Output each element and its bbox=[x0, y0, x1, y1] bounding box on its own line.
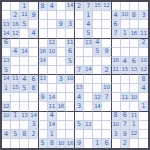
sudoku-cell-r14c2[interactable] bbox=[11, 121, 20, 130]
sudoku-cell-r11c1[interactable] bbox=[2, 93, 11, 102]
sudoku-cell-r3c10[interactable]: 4 bbox=[84, 20, 93, 29]
cell-digit: 4 bbox=[77, 94, 81, 101]
sudoku-cell-r2c16[interactable]: 3 bbox=[139, 11, 148, 20]
sudoku-cell-r14c14[interactable]: 7 bbox=[121, 121, 130, 130]
sudoku-cell-r9c3[interactable]: 4 bbox=[20, 75, 29, 84]
sudoku-cell-r8c7[interactable] bbox=[57, 66, 66, 75]
sudoku-cell-r16c3[interactable] bbox=[20, 139, 29, 148]
sudoku-cell-r6c1[interactable] bbox=[2, 48, 11, 57]
sudoku-cell-r1c2[interactable] bbox=[11, 2, 20, 11]
sudoku-cell-r5c9[interactable] bbox=[75, 39, 84, 48]
sudoku-cell-r3c3[interactable]: 5 bbox=[20, 20, 29, 29]
sudoku-cell-r3c11[interactable] bbox=[93, 20, 102, 29]
sudoku-cell-r7c8[interactable]: 5 bbox=[66, 57, 75, 66]
sudoku-cell-r15c10[interactable] bbox=[84, 130, 93, 139]
sudoku-cell-r16c4[interactable] bbox=[29, 139, 38, 148]
sudoku-cell-r14c12[interactable] bbox=[102, 121, 111, 130]
cell-digit: 5 bbox=[22, 21, 26, 28]
sudoku-cell-r5c14[interactable] bbox=[121, 39, 130, 48]
sudoku-cell-r5c15[interactable] bbox=[130, 39, 139, 48]
sudoku-cell-r8c15[interactable]: 13 bbox=[130, 66, 139, 75]
sudoku-cell-r6c8[interactable]: 6 bbox=[66, 48, 75, 57]
sudoku-cell-r13c1[interactable]: 10 bbox=[2, 112, 11, 121]
cell-digit: 13 bbox=[39, 76, 45, 82]
sudoku-cell-r1c3[interactable]: 1 bbox=[20, 2, 29, 11]
cell-digit: 6 bbox=[132, 58, 136, 65]
sudoku-cell-r13c5[interactable] bbox=[39, 112, 48, 121]
sudoku-cell-r16c13[interactable] bbox=[112, 139, 121, 148]
sudoku-cell-r3c9[interactable] bbox=[75, 20, 84, 29]
sudoku-cell-r4c8[interactable] bbox=[66, 29, 75, 38]
sudoku-cell-r6c11[interactable]: 5 bbox=[93, 48, 102, 57]
sudoku-cell-r1c5[interactable]: 8 bbox=[39, 2, 48, 11]
sudoku-cell-r13c13[interactable]: 8 bbox=[112, 112, 121, 121]
sudoku-cell-r10c9[interactable]: 13 bbox=[75, 84, 84, 93]
sudoku-cell-r16c12[interactable]: 6 bbox=[102, 139, 111, 148]
sudoku-cell-r11c5[interactable]: 9 bbox=[39, 93, 48, 102]
sudoku-cell-r9c9[interactable] bbox=[75, 75, 84, 84]
sudoku-cell-r10c10[interactable] bbox=[84, 84, 93, 93]
sudoku-cell-r10c7[interactable] bbox=[57, 84, 66, 93]
sudoku-cell-r14c7[interactable] bbox=[57, 121, 66, 130]
sudoku-cell-r11c7[interactable] bbox=[57, 93, 66, 102]
sudoku-cell-r15c1[interactable]: 4 bbox=[2, 130, 11, 139]
sudoku-cell-r1c4[interactable] bbox=[29, 2, 38, 11]
sudoku-cell-r15c4[interactable]: 2 bbox=[29, 130, 38, 139]
sudoku-cell-r1c1[interactable] bbox=[2, 2, 11, 11]
sudoku-cell-r14c3[interactable] bbox=[20, 121, 29, 130]
sudoku-cell-r14c10[interactable]: 12 bbox=[84, 121, 93, 130]
cell-digit: 10 bbox=[49, 49, 55, 55]
cell-digit: 1 bbox=[50, 131, 54, 138]
sudoku-cell-r10c3[interactable]: 5 bbox=[20, 84, 29, 93]
sudoku-cell-r12c10[interactable] bbox=[84, 102, 93, 111]
cell-digit: 3 bbox=[68, 21, 72, 28]
sudoku-cell-r6c4[interactable] bbox=[29, 48, 38, 57]
sudoku-cell-r5c5[interactable] bbox=[39, 39, 48, 48]
sudoku-cell-r4c2[interactable]: 12 bbox=[11, 29, 20, 38]
sudoku-cell-r16c7[interactable]: 10 bbox=[57, 139, 66, 148]
sudoku-cell-r9c16[interactable]: 8 bbox=[139, 75, 148, 84]
cell-digit: 12 bbox=[131, 131, 137, 137]
sudoku-cell-r10c8[interactable] bbox=[66, 84, 75, 93]
sudoku-cell-r8c6[interactable] bbox=[48, 66, 57, 75]
sudoku-cell-r1c6[interactable]: 4 bbox=[48, 2, 57, 11]
sudoku-cell-r11c8[interactable] bbox=[66, 93, 75, 102]
sudoku-cell-r1c7[interactable] bbox=[57, 2, 66, 11]
sudoku-cell-r14c13[interactable]: 10 bbox=[112, 121, 121, 130]
sudoku-cell-r16c2[interactable] bbox=[11, 139, 20, 148]
sudoku-cell-r11c12[interactable]: 7 bbox=[102, 93, 111, 102]
sudoku-cell-r4c15[interactable]: 16 bbox=[130, 29, 139, 38]
sudoku-cell-r10c5[interactable] bbox=[39, 84, 48, 93]
sudoku-cell-r13c10[interactable] bbox=[84, 112, 93, 121]
sudoku-cell-r5c8[interactable]: 11 bbox=[66, 39, 75, 48]
sudoku-cell-r12c4[interactable] bbox=[29, 102, 38, 111]
cell-digit: 5 bbox=[13, 131, 17, 138]
sudoku-cell-r14c8[interactable] bbox=[66, 121, 75, 130]
sudoku-cell-r7c6[interactable] bbox=[48, 57, 57, 66]
sudoku-cell-r2c5[interactable] bbox=[39, 11, 48, 20]
sudoku-cell-r2c8[interactable] bbox=[66, 11, 75, 20]
sudoku-cell-r7c13[interactable]: 16 bbox=[112, 57, 121, 66]
sudoku-cell-r12c14[interactable] bbox=[121, 102, 130, 111]
sudoku-cell-r13c8[interactable] bbox=[66, 112, 75, 121]
sudoku-cell-r8c3[interactable] bbox=[20, 66, 29, 75]
sudoku-cell-r16c5[interactable]: 5 bbox=[39, 139, 48, 148]
sudoku-cell-r9c1[interactable]: 14 bbox=[2, 75, 11, 84]
cell-digit: 5 bbox=[68, 58, 72, 65]
sudoku-cell-r10c16[interactable]: 4 bbox=[139, 84, 148, 93]
sudoku-cell-r15c9[interactable] bbox=[75, 130, 84, 139]
sudoku-cell-r15c13[interactable]: 3 bbox=[112, 130, 121, 139]
sudoku-cell-r11c2[interactable] bbox=[11, 93, 20, 102]
sudoku-cell-r12c5[interactable] bbox=[39, 102, 48, 111]
sudoku-cell-r15c14[interactable]: 9 bbox=[121, 130, 130, 139]
sudoku-cell-r2c14[interactable]: 10 bbox=[121, 11, 130, 20]
sudoku-cell-r5c7[interactable] bbox=[57, 39, 66, 48]
sudoku-cell-r5c4[interactable] bbox=[29, 39, 38, 48]
sudoku-cell-r15c11[interactable] bbox=[93, 130, 102, 139]
sudoku-cell-r13c16[interactable] bbox=[139, 112, 148, 121]
sudoku-cell-r2c1[interactable] bbox=[2, 11, 11, 20]
sudoku-cell-r15c6[interactable]: 1 bbox=[48, 130, 57, 139]
sudoku-cell-r9c2[interactable]: 11 bbox=[11, 75, 20, 84]
sudoku-cell-r14c1[interactable] bbox=[2, 121, 11, 130]
cell-digit: 6 bbox=[31, 76, 35, 83]
sudoku-cell-r7c4[interactable] bbox=[29, 57, 38, 66]
sudoku-cell-r14c9[interactable]: 5 bbox=[75, 121, 84, 130]
cell-digit: 11 bbox=[12, 76, 18, 82]
sudoku-cell-r5c3[interactable] bbox=[20, 39, 29, 48]
sudoku-cell-r5c10[interactable]: 13 bbox=[84, 39, 93, 48]
sudoku-cell-r13c14[interactable]: 6 bbox=[121, 112, 130, 121]
sudoku-cell-r3c5[interactable] bbox=[39, 20, 48, 29]
sudoku-cell-r1c8[interactable]: 14 bbox=[66, 2, 75, 11]
sudoku-cell-r8c4[interactable] bbox=[29, 66, 38, 75]
sudoku-cell-r2c6[interactable] bbox=[48, 11, 57, 20]
sudoku-cell-r9c12[interactable] bbox=[102, 75, 111, 84]
sudoku-cell-r14c4[interactable]: 3 bbox=[29, 121, 38, 130]
sudoku-cell-r4c16[interactable]: 11 bbox=[139, 29, 148, 38]
sudoku-cell-r1c11[interactable]: 15 bbox=[93, 2, 102, 11]
cell-digit: 1 bbox=[95, 140, 99, 147]
sudoku-cell-r7c2[interactable] bbox=[11, 57, 20, 66]
sudoku-cell-r12c15[interactable] bbox=[130, 102, 139, 111]
sudoku-cell-r9c11[interactable] bbox=[93, 75, 102, 84]
sudoku-cell-r5c2[interactable] bbox=[11, 39, 20, 48]
cell-digit: 10 bbox=[131, 95, 137, 101]
cell-digit: 1 bbox=[4, 85, 8, 92]
sudoku-cell-r3c1[interactable]: 13 bbox=[2, 20, 11, 29]
cell-digit: 14 bbox=[3, 31, 9, 37]
sudoku-cell-r3c14[interactable] bbox=[121, 20, 130, 29]
sudoku-cell-r9c13[interactable] bbox=[112, 75, 121, 84]
sudoku-cell-r4c14[interactable]: 1 bbox=[121, 29, 130, 38]
sudoku-cell-r15c12[interactable] bbox=[102, 130, 111, 139]
sudoku-cell-r10c2[interactable]: 15 bbox=[11, 84, 20, 93]
sudoku-cell-r4c11[interactable] bbox=[93, 29, 102, 38]
sudoku-cell-r8c2[interactable] bbox=[11, 66, 20, 75]
sudoku-cell-r6c16[interactable] bbox=[139, 48, 148, 57]
sudoku-cell-r15c5[interactable] bbox=[39, 130, 48, 139]
sudoku-cell-r10c12[interactable]: 10 bbox=[102, 84, 111, 93]
cell-digit: 9 bbox=[59, 21, 63, 28]
sudoku-cell-r3c8[interactable]: 3 bbox=[66, 20, 75, 29]
sudoku-cell-r2c15[interactable]: 8 bbox=[130, 11, 139, 20]
sudoku-cell-r12c11[interactable]: 14 bbox=[93, 102, 102, 111]
sudoku-cell-r6c2[interactable]: 4 bbox=[11, 48, 20, 57]
sudoku-cell-r16c9[interactable]: 9 bbox=[75, 139, 84, 148]
sudoku-cell-r12c12[interactable] bbox=[102, 102, 111, 111]
sudoku-cell-r1c16[interactable] bbox=[139, 2, 148, 11]
sudoku-cell-r14c15[interactable]: 1 bbox=[130, 121, 139, 130]
cell-digit: 2 bbox=[31, 131, 35, 138]
sudoku-cell-r4c1[interactable]: 14 bbox=[2, 29, 11, 38]
sudoku-cell-r7c1[interactable]: 13 bbox=[2, 57, 11, 66]
sudoku-cell-r11c14[interactable]: 11 bbox=[121, 93, 130, 102]
sudoku-cell-r7c5[interactable]: 14 bbox=[39, 57, 48, 66]
sudoku-cell-r11c15[interactable]: 10 bbox=[130, 93, 139, 102]
sudoku-cell-r15c16[interactable] bbox=[139, 130, 148, 139]
sudoku-cell-r12c7[interactable]: 16 bbox=[57, 102, 66, 111]
sudoku-cell-r12c1[interactable]: 12 bbox=[2, 102, 11, 111]
sudoku-cell-r6c15[interactable] bbox=[130, 48, 139, 57]
sudoku-cell-r13c2[interactable]: 1 bbox=[11, 112, 20, 121]
sudoku-cell-r7c11[interactable] bbox=[93, 57, 102, 66]
sudoku-cell-r8c8[interactable] bbox=[66, 66, 75, 75]
sudoku-cell-r13c7[interactable] bbox=[57, 112, 66, 121]
cell-digit: 3 bbox=[114, 131, 118, 138]
sudoku-cell-r5c1[interactable]: 6 bbox=[2, 39, 11, 48]
sudoku-cell-r11c6[interactable]: 14 bbox=[48, 93, 57, 102]
sudoku-cell-r8c9[interactable]: 7 bbox=[75, 66, 84, 75]
cell-digit: 7 bbox=[114, 30, 118, 37]
sudoku-cell-r12c3[interactable] bbox=[20, 102, 29, 111]
cell-digit: 14 bbox=[30, 113, 36, 119]
sudoku-cell-r4c7[interactable] bbox=[57, 29, 66, 38]
sudoku-cell-r3c13[interactable]: 6 bbox=[112, 20, 121, 29]
sudoku-cell-r6c10[interactable] bbox=[84, 48, 93, 57]
sudoku-cell-r12c6[interactable]: 11 bbox=[48, 102, 57, 111]
sudoku-cell-r2c10[interactable]: 1 bbox=[84, 11, 93, 20]
sudoku-cell-r9c10[interactable] bbox=[84, 75, 93, 84]
sudoku-cell-r16c11[interactable]: 1 bbox=[93, 139, 102, 148]
sudoku-cell-r2c2[interactable]: 2 bbox=[11, 11, 20, 20]
sudoku-cell-r10c6[interactable] bbox=[48, 84, 57, 93]
sudoku-cell-r8c16[interactable]: 12 bbox=[139, 66, 148, 75]
sudoku-cell-r1c12[interactable]: 12 bbox=[102, 2, 111, 11]
sudoku-cell-r16c1[interactable] bbox=[2, 139, 11, 148]
sudoku-cell-r2c4[interactable]: 9 bbox=[29, 11, 38, 20]
sudoku-cell-r8c1[interactable]: 5 bbox=[2, 66, 11, 75]
sudoku-cell-r14c11[interactable] bbox=[93, 121, 102, 130]
sudoku-cell-r7c15[interactable]: 6 bbox=[130, 57, 139, 66]
sudoku-cell-r1c9[interactable]: 2 bbox=[75, 2, 84, 11]
sudoku-cell-r8c10[interactable]: 14 bbox=[84, 66, 93, 75]
sudoku-cell-r7c7[interactable] bbox=[57, 57, 66, 66]
sudoku-cell-r3c7[interactable]: 9 bbox=[57, 20, 66, 29]
cell-digit: 8 bbox=[114, 112, 118, 119]
sudoku-cell-r2c11[interactable] bbox=[93, 11, 102, 20]
sudoku-cell-r13c9[interactable] bbox=[75, 112, 84, 121]
sudoku-cell-r8c13[interactable]: 11 bbox=[112, 66, 121, 75]
sudoku-cell-r2c3[interactable]: 11 bbox=[20, 11, 29, 20]
sudoku-cell-r10c4[interactable]: 8 bbox=[29, 84, 38, 93]
sudoku-cell-r1c15[interactable] bbox=[130, 2, 139, 11]
sudoku-cell-r6c7[interactable] bbox=[57, 48, 66, 57]
sudoku-cell-r12c9[interactable]: 3 bbox=[75, 102, 84, 111]
sudoku-cell-r8c11[interactable] bbox=[93, 66, 102, 75]
cell-digit: 10 bbox=[122, 12, 128, 18]
cell-digit: 2 bbox=[141, 39, 145, 46]
sudoku-cell-r6c5[interactable]: 16 bbox=[39, 48, 48, 57]
sudoku-cell-r5c16[interactable]: 2 bbox=[139, 39, 148, 48]
cell-digit: 12 bbox=[94, 95, 100, 101]
sudoku-cell-r13c11[interactable] bbox=[93, 112, 102, 121]
sudoku-cell-r1c13[interactable] bbox=[112, 2, 121, 11]
sudoku-cell-r4c9[interactable] bbox=[75, 29, 84, 38]
sudoku-cell-r3c6[interactable] bbox=[48, 20, 57, 29]
sudoku-cell-r16c8[interactable]: 16 bbox=[66, 139, 75, 148]
sudoku-cell-r11c16[interactable] bbox=[139, 93, 148, 102]
sudoku-cell-r12c8[interactable] bbox=[66, 102, 75, 111]
cell-digit: 4 bbox=[123, 58, 127, 65]
cell-digit: 16 bbox=[112, 58, 118, 64]
sudoku-cell-r2c13[interactable]: 4 bbox=[112, 11, 121, 20]
sudoku-cell-r3c2[interactable]: 16 bbox=[11, 20, 20, 29]
sudoku-cell-r4c12[interactable] bbox=[102, 29, 111, 38]
sudoku-cell-r12c13[interactable] bbox=[112, 102, 121, 111]
sudoku-cell-r13c6[interactable]: 4 bbox=[48, 112, 57, 121]
cell-digit: 2 bbox=[13, 12, 17, 19]
sudoku-cell-r6c14[interactable] bbox=[121, 48, 130, 57]
sudoku-cell-r13c12[interactable] bbox=[102, 112, 111, 121]
sudoku-cell-r3c16[interactable] bbox=[139, 20, 148, 29]
sudoku-cell-r6c12[interactable]: 9 bbox=[102, 48, 111, 57]
sudoku-cell-r4c13[interactable]: 7 bbox=[112, 29, 121, 38]
cell-digit: 5 bbox=[86, 30, 90, 37]
cell-digit: 12 bbox=[12, 31, 18, 37]
cell-digit: 12 bbox=[49, 40, 55, 46]
sudoku-cell-r9c6[interactable] bbox=[48, 75, 57, 84]
sudoku-cell-r6c3[interactable]: 14 bbox=[20, 48, 29, 57]
sudoku-cell-r6c13[interactable] bbox=[112, 48, 121, 57]
sudoku-cell-r13c4[interactable]: 14 bbox=[29, 112, 38, 121]
cell-digit: 4 bbox=[31, 30, 35, 37]
sudoku-cell-r14c5[interactable] bbox=[39, 121, 48, 130]
sudoku-cell-r11c4[interactable] bbox=[29, 93, 38, 102]
sudoku-cell-r11c11[interactable]: 12 bbox=[93, 93, 102, 102]
sudoku-cell-r4c4[interactable]: 4 bbox=[29, 29, 38, 38]
cell-digit: 7 bbox=[123, 121, 127, 128]
sudoku-cell-r3c4[interactable] bbox=[29, 20, 38, 29]
sudoku-cell-r6c6[interactable]: 10 bbox=[48, 48, 57, 57]
sudoku-cell-r15c3[interactable]: 8 bbox=[20, 130, 29, 139]
sudoku-cell-r16c10[interactable] bbox=[84, 139, 93, 148]
sudoku-cell-r6c9[interactable] bbox=[75, 48, 84, 57]
sudoku-cell-r9c15[interactable] bbox=[130, 75, 139, 84]
sudoku-cell-r13c15[interactable]: 11 bbox=[130, 112, 139, 121]
sudoku-cell-r16c15[interactable] bbox=[130, 139, 139, 148]
cell-digit: 7 bbox=[77, 67, 81, 74]
sudoku-cell-r7c14[interactable]: 4 bbox=[121, 57, 130, 66]
sudoku-cell-r9c8[interactable]: 10 bbox=[66, 75, 75, 84]
cell-digit: 16 bbox=[12, 22, 18, 28]
sudoku-cell-r10c1[interactable]: 1 bbox=[2, 84, 11, 93]
cell-digit: 8 bbox=[41, 3, 45, 10]
sudoku-cell-r4c6[interactable] bbox=[48, 29, 57, 38]
sudoku-cell-r2c12[interactable] bbox=[102, 11, 111, 20]
cell-digit: 9 bbox=[104, 48, 108, 55]
sudoku-cell-r11c13[interactable] bbox=[112, 93, 121, 102]
sudoku-cell-r7c10[interactable] bbox=[84, 57, 93, 66]
cell-digit: 2 bbox=[77, 3, 81, 10]
sudoku-cell-r9c5[interactable]: 13 bbox=[39, 75, 48, 84]
sudoku-cell-r9c14[interactable] bbox=[121, 75, 130, 84]
sudoku-cell-r9c4[interactable]: 6 bbox=[29, 75, 38, 84]
cell-digit: 13 bbox=[21, 113, 27, 119]
sudoku-cell-r2c7[interactable] bbox=[57, 11, 66, 20]
sudoku-cell-r14c16[interactable] bbox=[139, 121, 148, 130]
sudoku-cell-r15c2[interactable]: 5 bbox=[11, 130, 20, 139]
cell-digit: 1 bbox=[123, 30, 127, 37]
sudoku-cell-r11c10[interactable] bbox=[84, 93, 93, 102]
sudoku-cell-r12c16[interactable]: 1 bbox=[139, 102, 148, 111]
sudoku-cell-r1c10[interactable]: 7 bbox=[84, 2, 93, 11]
cell-digit: 8 bbox=[50, 140, 54, 147]
sudoku-cell-r8c12[interactable]: 2 bbox=[102, 66, 111, 75]
sudoku-cell-r8c5[interactable] bbox=[39, 66, 48, 75]
sudoku-cell-r9c7[interactable]: 3 bbox=[57, 75, 66, 84]
sudoku-cell-r10c11[interactable] bbox=[93, 84, 102, 93]
sudoku-cell-r16c6[interactable]: 8 bbox=[48, 139, 57, 148]
sudoku-cell-r7c12[interactable] bbox=[102, 57, 111, 66]
sudoku-cell-r2c9[interactable] bbox=[75, 11, 84, 20]
sudoku-cell-r15c7[interactable] bbox=[57, 130, 66, 139]
cell-digit: 10 bbox=[103, 85, 109, 91]
sudoku-cell-r5c12[interactable] bbox=[102, 39, 111, 48]
sudoku-cell-r3c15[interactable] bbox=[130, 20, 139, 29]
sudoku-cell-r15c15[interactable]: 12 bbox=[130, 130, 139, 139]
sudoku-cell-r5c6[interactable]: 12 bbox=[48, 39, 57, 48]
sudoku-cell-r14c6[interactable]: 14 bbox=[48, 121, 57, 130]
sudoku-cell-r16c16[interactable] bbox=[139, 139, 148, 148]
sudoku-cell-r12c2[interactable] bbox=[11, 102, 20, 111]
sudoku-cell-r10c14[interactable] bbox=[121, 84, 130, 93]
sudoku-cell-r5c11[interactable]: 4 bbox=[93, 39, 102, 48]
sudoku-cell-r1c14[interactable] bbox=[121, 2, 130, 11]
sudoku-cell-r4c5[interactable] bbox=[39, 29, 48, 38]
sudoku-cell-r7c9[interactable] bbox=[75, 57, 84, 66]
sudoku-cell-r3c12[interactable] bbox=[102, 20, 111, 29]
sudoku-cell-r15c8[interactable] bbox=[66, 130, 75, 139]
sudoku-cell-r7c3[interactable] bbox=[20, 57, 29, 66]
sudoku-cell-r11c3[interactable] bbox=[20, 93, 29, 102]
sudoku-cell-r10c15[interactable] bbox=[130, 84, 139, 93]
cell-digit: 4 bbox=[4, 131, 8, 138]
sudoku-cell-r10c13[interactable] bbox=[112, 84, 121, 93]
sudoku-cell-r4c3[interactable] bbox=[20, 29, 29, 38]
sudoku-cell-r11c9[interactable]: 4 bbox=[75, 93, 84, 102]
sudoku-cell-r7c16[interactable]: 10 bbox=[139, 57, 148, 66]
cell-digit: 4 bbox=[141, 85, 145, 92]
sudoku-cell-r5c13[interactable] bbox=[112, 39, 121, 48]
sudoku-cell-r16c14[interactable]: 2 bbox=[121, 139, 130, 148]
sudoku-cell-r4c10[interactable]: 5 bbox=[84, 29, 93, 38]
sudoku-cell-r8c14[interactable]: 15 bbox=[121, 66, 130, 75]
sudoku-cell-r13c3[interactable]: 13 bbox=[20, 112, 29, 121]
